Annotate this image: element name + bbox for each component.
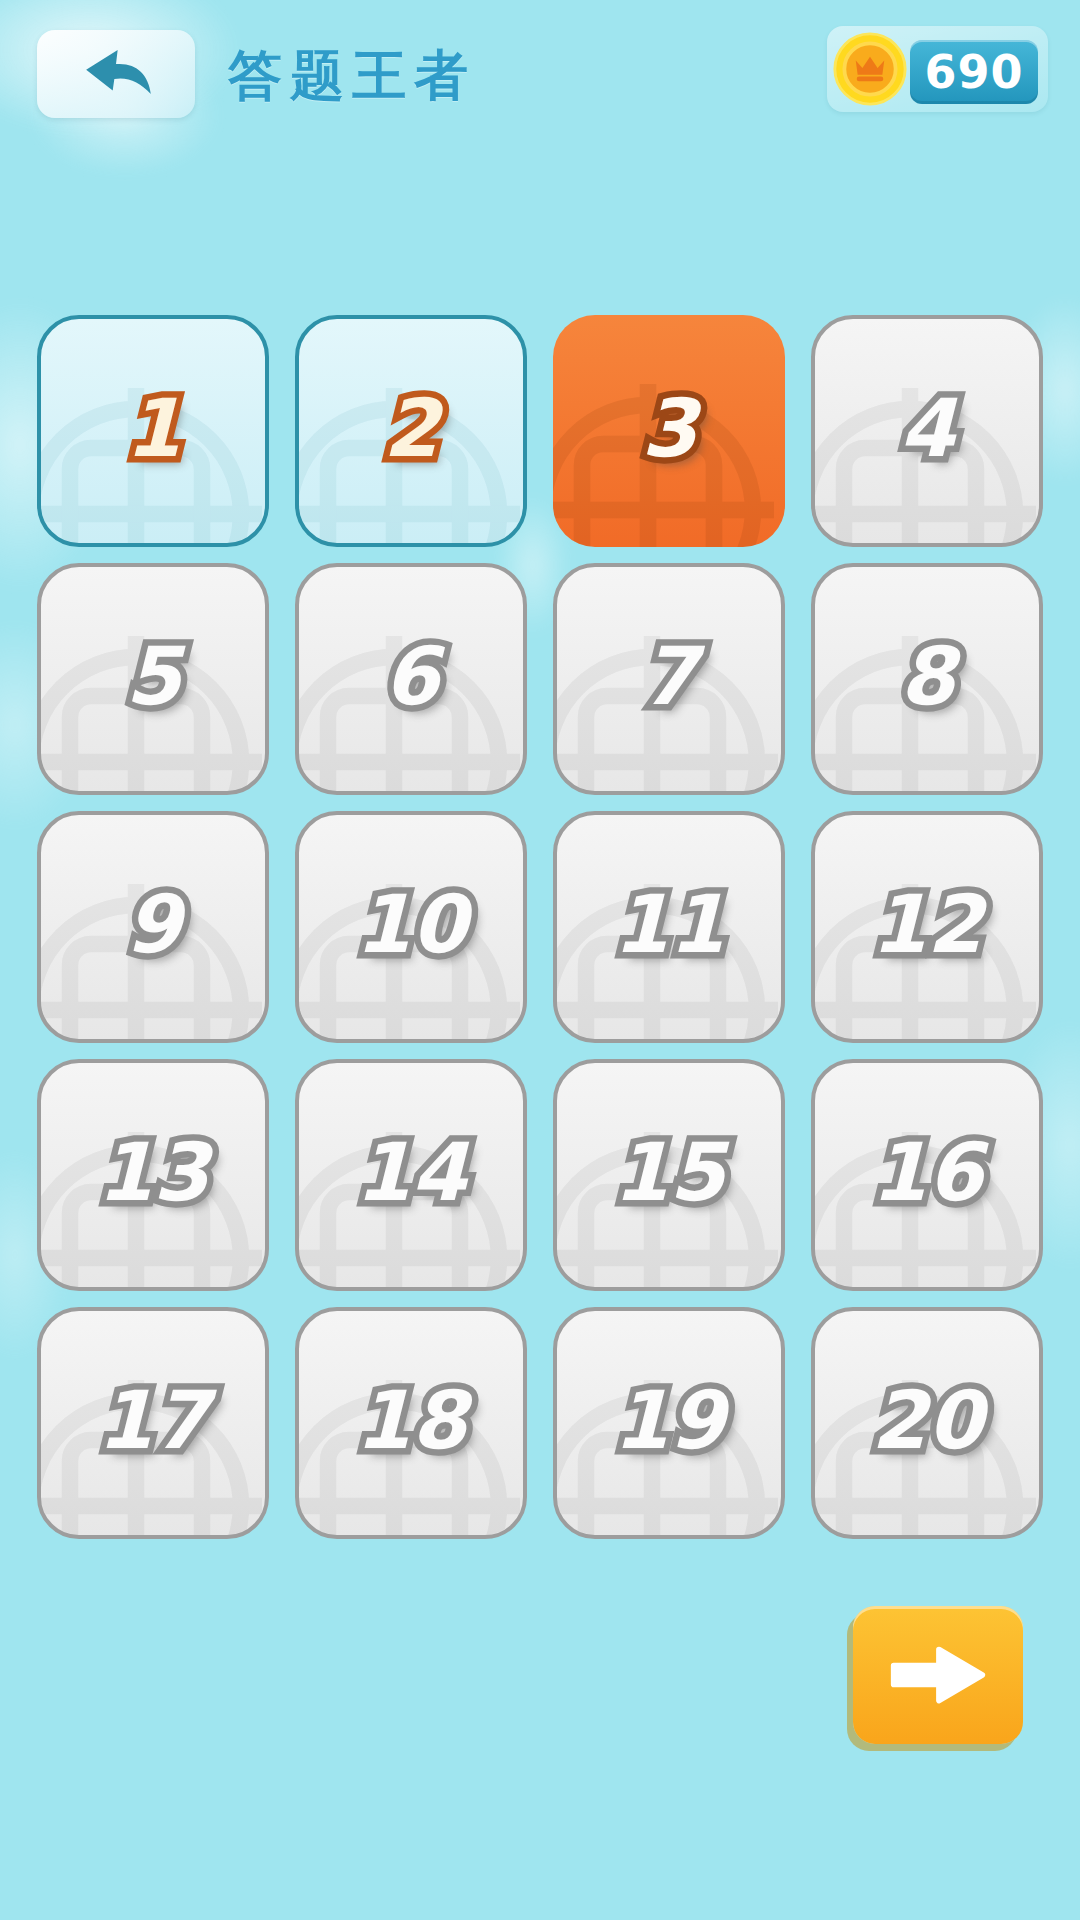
back-arrow-icon [74,45,158,103]
lattice-watermark-icon [295,612,527,795]
lattice-watermark-icon [553,612,785,795]
lattice-watermark-icon [295,860,527,1043]
level-number: 66 [299,567,523,791]
level-number: 22 [299,319,523,543]
level-tile-17[interactable]: 1717 [37,1307,269,1539]
lattice-watermark-icon [811,1356,1043,1539]
lattice-watermark-icon [553,1356,785,1539]
lattice-watermark-icon [295,1108,527,1291]
level-number: 1313 [41,1063,265,1287]
coin-icon [832,31,908,107]
level-number: 99 [41,815,265,1039]
level-tile-14[interactable]: 1414 [295,1059,527,1291]
coin-counter[interactable]: 690 [827,26,1048,112]
lattice-watermark-icon [295,1356,527,1539]
level-number: 33 [553,315,785,547]
level-number: 1919 [557,1311,781,1535]
level-tile-13[interactable]: 1313 [37,1059,269,1291]
level-number: 1010 [299,815,523,1039]
lattice-watermark-icon [811,1108,1043,1291]
level-number: 1414 [299,1063,523,1287]
lattice-watermark-icon [553,1108,785,1291]
arrow-right-icon [885,1642,991,1708]
level-tile-19[interactable]: 1919 [553,1307,785,1539]
level-tile-12[interactable]: 1212 [811,811,1043,1043]
level-tile-11[interactable]: 1111 [553,811,785,1043]
lattice-watermark-icon [553,360,785,547]
coin-amount: 690 [910,40,1038,104]
level-number: 1616 [815,1063,1039,1287]
level-grid: 1122334455667788991010111112121313141415… [37,315,1043,1539]
level-number: 1717 [41,1311,265,1535]
lattice-watermark-icon [37,1356,269,1539]
level-number: 88 [815,567,1039,791]
lattice-watermark-icon [295,364,527,547]
level-number: 11 [41,319,265,543]
lattice-watermark-icon [811,860,1043,1043]
lattice-watermark-icon [37,612,269,795]
level-tile-8[interactable]: 88 [811,563,1043,795]
level-number: 2020 [815,1311,1039,1535]
level-tile-10[interactable]: 1010 [295,811,527,1043]
level-number: 44 [815,319,1039,543]
next-page-button[interactable] [853,1606,1023,1744]
level-number: 77 [557,567,781,791]
level-tile-20[interactable]: 2020 [811,1307,1043,1539]
lattice-watermark-icon [811,612,1043,795]
level-tile-1[interactable]: 11 [37,315,269,547]
lattice-watermark-icon [553,860,785,1043]
level-number: 1212 [815,815,1039,1039]
level-tile-3[interactable]: 33 [553,315,785,547]
back-button[interactable] [37,30,195,118]
level-number: 1111 [557,815,781,1039]
level-number: 55 [41,567,265,791]
lattice-watermark-icon [37,1108,269,1291]
level-tile-15[interactable]: 1515 [553,1059,785,1291]
level-tile-7[interactable]: 77 [553,563,785,795]
level-tile-18[interactable]: 1818 [295,1307,527,1539]
level-number: 1818 [299,1311,523,1535]
lattice-watermark-icon [37,364,269,547]
lattice-watermark-icon [37,860,269,1043]
level-select-screen: 答题王者 690 1122334455667788991010111112121… [0,0,1080,1920]
level-tile-9[interactable]: 99 [37,811,269,1043]
page-title: 答题王者 [228,41,476,111]
lattice-watermark-icon [811,364,1043,547]
level-tile-4[interactable]: 44 [811,315,1043,547]
level-tile-2[interactable]: 22 [295,315,527,547]
level-tile-6[interactable]: 66 [295,563,527,795]
level-tile-16[interactable]: 1616 [811,1059,1043,1291]
level-tile-5[interactable]: 55 [37,563,269,795]
level-number: 1515 [557,1063,781,1287]
